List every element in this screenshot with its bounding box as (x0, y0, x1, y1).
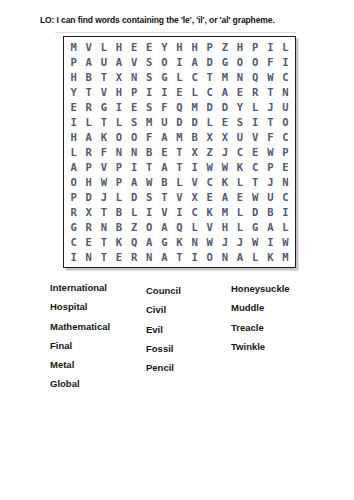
grid-cell-r4c6[interactable]: I (142, 84, 157, 99)
grid-cell-r12c9[interactable]: C (187, 205, 202, 220)
grid-cell-r12c6[interactable]: I (142, 205, 157, 220)
grid-cell-r2c10[interactable]: D (202, 54, 217, 69)
grid-cell-r2c9[interactable]: A (187, 54, 202, 69)
grid-cell-r6c4[interactable]: L (111, 114, 126, 129)
grid-cell-r10c14[interactable]: J (263, 175, 278, 190)
grid-cell-r10c15[interactable]: N (278, 175, 293, 190)
grid-cell-r2c4[interactable]: A (111, 54, 126, 69)
grid-cell-r1c8[interactable]: H (172, 39, 187, 54)
grid-cell-r6c15[interactable]: O (278, 114, 293, 129)
grid-cell-r12c1[interactable]: R (66, 205, 81, 220)
grid-cell-r5c14[interactable]: J (263, 99, 278, 114)
word-item-twinkle: Twinkle (231, 337, 290, 356)
grid-cell-r15c11[interactable]: N (217, 250, 232, 265)
grid-cell-r15c4[interactable]: E (111, 250, 126, 265)
grid-cell-r2c7[interactable]: O (157, 54, 172, 69)
grid-cell-r8c13[interactable]: E (248, 144, 263, 159)
grid-cell-r9c10[interactable]: W (202, 160, 217, 175)
grid-cell-r15c8[interactable]: T (172, 250, 187, 265)
grid-cell-r13c4[interactable]: B (111, 220, 126, 235)
grid-cell-r14c7[interactable]: G (157, 235, 172, 250)
grid-cell-r4c4[interactable]: H (111, 84, 126, 99)
grid-cell-r15c5[interactable]: R (127, 250, 142, 265)
grid-cell-r2c6[interactable]: S (142, 54, 157, 69)
word-list-column3: HoneysuckleMuddleTreacleTwinkle (231, 279, 290, 356)
grid-cell-r6c14[interactable]: T (263, 114, 278, 129)
grid-cell-r14c9[interactable]: N (187, 235, 202, 250)
grid-cell-r4c12[interactable]: E (232, 84, 247, 99)
grid-cell-r11c3[interactable]: J (96, 190, 111, 205)
grid-cell-r7c10[interactable]: X (202, 129, 217, 144)
grid-cell-r13c5[interactable]: Z (127, 220, 142, 235)
grid-cell-r4c5[interactable]: P (127, 84, 142, 99)
grid-cell-r12c8[interactable]: I (172, 205, 187, 220)
grid-cell-r13c14[interactable]: A (263, 220, 278, 235)
grid-cell-r9c5[interactable]: I (127, 160, 142, 175)
grid-cell-r2c11[interactable]: G (217, 54, 232, 69)
grid-cell-r8c9[interactable]: X (187, 144, 202, 159)
grid-cell-r7c5[interactable]: O (127, 129, 142, 144)
grid-cell-r14c11[interactable]: J (217, 235, 232, 250)
grid-cell-r12c5[interactable]: L (127, 205, 142, 220)
grid-cell-r2c8[interactable]: I (172, 54, 187, 69)
grid-cell-r9c6[interactable]: T (142, 160, 157, 175)
grid-cell-r5c9[interactable]: M (187, 99, 202, 114)
word-item-pencil: Pencil (146, 358, 181, 377)
grid-cell-r2c2[interactable]: A (81, 54, 96, 69)
grid-cell-r6c1[interactable]: I (66, 114, 81, 129)
grid-cell-r7c8[interactable]: M (172, 129, 187, 144)
grid-cell-r3c13[interactable]: Q (248, 69, 263, 84)
grid-cell-r13c8[interactable]: Q (172, 220, 187, 235)
grid-cell-r6c9[interactable]: D (187, 114, 202, 129)
grid-cell-r15c12[interactable]: A (232, 250, 247, 265)
worksheet-page: LO: I can find words containing the 'le'… (0, 0, 354, 500)
grid-cell-r3c9[interactable]: C (187, 69, 202, 84)
grid-cell-r11c14[interactable]: U (263, 190, 278, 205)
grid-cell-r11c9[interactable]: X (187, 190, 202, 205)
grid-cell-r8c1[interactable]: L (66, 144, 81, 159)
grid-cell-r7c3[interactable]: K (96, 129, 111, 144)
grid-cell-r15c2[interactable]: N (81, 250, 96, 265)
grid-cell-r10c5[interactable]: A (127, 175, 142, 190)
word-item-hospital: Hospital (50, 297, 110, 316)
word-item-muddle: Muddle (231, 298, 290, 317)
word-item-treacle: Treacle (231, 318, 290, 337)
grid-cell-r5c15[interactable]: U (278, 99, 293, 114)
grid-cell-r13c15[interactable]: L (278, 220, 293, 235)
grid-cell-r4c9[interactable]: L (187, 84, 202, 99)
grid-cell-r7c9[interactable]: B (187, 129, 202, 144)
grid-cell-r7c6[interactable]: F (142, 129, 157, 144)
grid-cell-r1c5[interactable]: E (127, 39, 142, 54)
grid-cell-r7c15[interactable]: C (278, 129, 293, 144)
grid-cell-r9c12[interactable]: K (232, 160, 247, 175)
grid-cell-r14c12[interactable]: J (232, 235, 247, 250)
grid-cell-r10c8[interactable]: L (172, 175, 187, 190)
grid-cell-r14c10[interactable]: W (202, 235, 217, 250)
grid-cell-r3c4[interactable]: X (111, 69, 126, 84)
grid-cell-r12c3[interactable]: T (96, 205, 111, 220)
grid-cell-r13c3[interactable]: N (96, 220, 111, 235)
grid-cell-r14c13[interactable]: W (248, 235, 263, 250)
grid-cell-r4c15[interactable]: N (278, 84, 293, 99)
word-item-evil: Evil (146, 320, 181, 339)
grid-cell-r2c12[interactable]: O (232, 54, 247, 69)
grid-cell-r13c9[interactable]: L (187, 220, 202, 235)
grid-cell-r4c13[interactable]: R (248, 84, 263, 99)
grid-cell-r11c4[interactable]: L (111, 190, 126, 205)
grid-cell-r13c12[interactable]: L (232, 220, 247, 235)
grid-cell-r10c9[interactable]: V (187, 175, 202, 190)
grid-cell-r15c1[interactable]: I (66, 250, 81, 265)
grid-cell-r3c3[interactable]: T (96, 69, 111, 84)
grid-cell-r6c12[interactable]: S (232, 114, 247, 129)
grid-cell-r6c3[interactable]: T (96, 114, 111, 129)
grid-cell-r15c13[interactable]: L (248, 250, 263, 265)
grid-cell-r6c8[interactable]: D (172, 114, 187, 129)
grid-cell-r12c2[interactable]: X (81, 205, 96, 220)
grid-cell-r10c3[interactable]: W (96, 175, 111, 190)
grid-cell-r4c11[interactable]: A (217, 84, 232, 99)
grid-cell-r5c10[interactable]: D (202, 99, 217, 114)
grid-cell-r12c11[interactable]: M (217, 205, 232, 220)
grid-cell-r2c5[interactable]: V (127, 54, 142, 69)
grid-cell-r3c6[interactable]: S (142, 69, 157, 84)
grid-cell-r9c1[interactable]: A (66, 160, 81, 175)
grid-cell-r15c14[interactable]: K (263, 250, 278, 265)
grid-cell-r9c2[interactable]: P (81, 160, 96, 175)
grid-cell-r5c7[interactable]: F (157, 99, 172, 114)
grid-cell-r7c13[interactable]: V (248, 129, 263, 144)
grid-cell-r15c3[interactable]: T (96, 250, 111, 265)
grid-cell-r3c8[interactable]: L (172, 69, 187, 84)
grid-cell-r12c7[interactable]: V (157, 205, 172, 220)
grid-cell-r10c2[interactable]: H (81, 175, 96, 190)
grid-cell-r7c1[interactable]: H (66, 129, 81, 144)
grid-cell-r2c15[interactable]: I (278, 54, 293, 69)
grid-cell-r4c10[interactable]: C (202, 84, 217, 99)
grid-cell-r14c1[interactable]: C (66, 235, 81, 250)
grid-cell-r1c11[interactable]: Z (217, 39, 232, 54)
grid-cell-r8c10[interactable]: Z (202, 144, 217, 159)
grid-cell-r11c1[interactable]: P (66, 190, 81, 205)
grid-cell-r7c12[interactable]: U (232, 129, 247, 144)
grid-cell-r3c14[interactable]: W (263, 69, 278, 84)
grid-cell-r4c2[interactable]: T (81, 84, 96, 99)
word-item-metal: Metal (50, 355, 110, 374)
grid-cell-r9c4[interactable]: P (111, 160, 126, 175)
grid-cell-r8c8[interactable]: T (172, 144, 187, 159)
grid-cell-r6c11[interactable]: E (217, 114, 232, 129)
grid-cell-r6c5[interactable]: S (127, 114, 142, 129)
word-item-global: Global (50, 374, 110, 393)
grid-cell-r6c10[interactable]: L (202, 114, 217, 129)
grid-cell-r1c4[interactable]: H (111, 39, 126, 54)
grid-cell-r11c2[interactable]: D (81, 190, 96, 205)
grid-cell-r9c8[interactable]: T (172, 160, 187, 175)
grid-cell-r14c8[interactable]: K (172, 235, 187, 250)
grid-cell-r9c7[interactable]: A (157, 160, 172, 175)
grid-cell-r2c13[interactable]: O (248, 54, 263, 69)
grid-cell-r1c3[interactable]: L (96, 39, 111, 54)
grid-cell-r12c4[interactable]: B (111, 205, 126, 220)
grid-cell-r11c8[interactable]: V (172, 190, 187, 205)
grid-cell-r7c2[interactable]: A (81, 129, 96, 144)
grid-cell-r15c9[interactable]: I (187, 250, 202, 265)
grid-cell-r2c3[interactable]: U (96, 54, 111, 69)
grid-cell-r5c2[interactable]: R (81, 99, 96, 114)
grid-cell-r9c13[interactable]: C (248, 160, 263, 175)
grid-cell-r13c13[interactable]: G (248, 220, 263, 235)
word-list-column1: InternationalHospitalMathematicalFinalMe… (50, 278, 110, 394)
grid-cell-r10c11[interactable]: K (217, 175, 232, 190)
grid-cell-r8c11[interactable]: J (217, 144, 232, 159)
grid-cell-r5c5[interactable]: E (127, 99, 142, 114)
grid-cell-r10c4[interactable]: P (111, 175, 126, 190)
grid-cell-r7c14[interactable]: F (263, 129, 278, 144)
grid-cell-r14c4[interactable]: K (111, 235, 126, 250)
grid-cell-r7c4[interactable]: O (111, 129, 126, 144)
grid-cell-r11c10[interactable]: E (202, 190, 217, 205)
grid-cell-r5c12[interactable]: Y (232, 99, 247, 114)
grid-cell-r11c15[interactable]: C (278, 190, 293, 205)
grid-cell-r5c1[interactable]: E (66, 99, 81, 114)
grid-cell-r1c10[interactable]: P (202, 39, 217, 54)
grid-cell-r11c13[interactable]: W (248, 190, 263, 205)
grid-cell-r12c15[interactable]: I (278, 205, 293, 220)
grid-cell-r13c6[interactable]: O (142, 220, 157, 235)
grid-cell-r1c9[interactable]: H (187, 39, 202, 54)
grid-cell-r12c10[interactable]: K (202, 205, 217, 220)
grid-cell-r12c12[interactable]: L (232, 205, 247, 220)
grid-cell-r13c1[interactable]: G (66, 220, 81, 235)
grid-cell-r3c7[interactable]: G (157, 69, 172, 84)
grid-cell-r3c5[interactable]: N (127, 69, 142, 84)
grid-cell-r8c3[interactable]: F (96, 144, 111, 159)
grid-cell-r8c14[interactable]: W (263, 144, 278, 159)
grid-cell-r10c6[interactable]: W (142, 175, 157, 190)
word-item-fossil: Fossil (146, 339, 181, 358)
grid-cell-r8c15[interactable]: P (278, 144, 293, 159)
word-item-honeysuckle: Honeysuckle (231, 279, 290, 298)
grid-cell-r8c12[interactable]: C (232, 144, 247, 159)
grid-cell-r14c6[interactable]: A (142, 235, 157, 250)
grid-cell-r9c15[interactable]: E (278, 160, 293, 175)
grid-cell-r4c3[interactable]: V (96, 84, 111, 99)
grid-cell-r10c12[interactable]: L (232, 175, 247, 190)
grid-cell-r5c8[interactable]: Q (172, 99, 187, 114)
word-item-civil: Civil (146, 300, 181, 319)
grid-cell-r3c11[interactable]: M (217, 69, 232, 84)
grid-cell-r6c7[interactable]: U (157, 114, 172, 129)
title-underline (55, 32, 296, 33)
grid-cell-r7c11[interactable]: X (217, 129, 232, 144)
grid-cell-r2c14[interactable]: F (263, 54, 278, 69)
learning-objective-title: LO: I can find words containing the 'le'… (40, 15, 340, 25)
grid-cell-r11c5[interactable]: D (127, 190, 142, 205)
word-item-international: International (50, 278, 110, 297)
grid-cell-r11c6[interactable]: S (142, 190, 157, 205)
grid-cell-r5c4[interactable]: I (111, 99, 126, 114)
grid-cell-r15c15[interactable]: M (278, 250, 293, 265)
grid-cell-r9c3[interactable]: V (96, 160, 111, 175)
grid-cell-r11c12[interactable]: E (232, 190, 247, 205)
grid-cell-r14c3[interactable]: T (96, 235, 111, 250)
grid-cell-r11c7[interactable]: T (157, 190, 172, 205)
grid-cell-r7c7[interactable]: A (157, 129, 172, 144)
grid-cell-r14c2[interactable]: E (81, 235, 96, 250)
word-search-grid: MVLHEEYHHPZHPILPAUAVSOIADGOOFIHBTXNSGLCT… (63, 36, 296, 268)
grid-cell-r6c13[interactable]: I (248, 114, 263, 129)
grid-cell-r4c7[interactable]: I (157, 84, 172, 99)
grid-cell-r8c4[interactable]: N (111, 144, 126, 159)
grid-cell-r14c5[interactable]: Q (127, 235, 142, 250)
grid-cell-r2c1[interactable]: P (66, 54, 81, 69)
word-list-column2: CouncilCivilEvilFossilPencil (146, 281, 181, 377)
grid-cell-r4c8[interactable]: E (172, 84, 187, 99)
grid-cell-r10c1[interactable]: O (66, 175, 81, 190)
grid-cell-r1c6[interactable]: E (142, 39, 157, 54)
grid-cell-r10c10[interactable]: C (202, 175, 217, 190)
grid-cell-r14c15[interactable]: W (278, 235, 293, 250)
grid-cell-r11c11[interactable]: A (217, 190, 232, 205)
grid-cell-r5c3[interactable]: G (96, 99, 111, 114)
grid-cell-r5c11[interactable]: D (217, 99, 232, 114)
grid-cell-r3c2[interactable]: B (81, 69, 96, 84)
grid-cell-r1c15[interactable]: L (278, 39, 293, 54)
grid-cell-r15c6[interactable]: N (142, 250, 157, 265)
grid-cell-r5c6[interactable]: S (142, 99, 157, 114)
word-item-mathematical: Mathematical (50, 317, 110, 336)
grid-cell-r8c7[interactable]: E (157, 144, 172, 159)
grid-cell-r1c2[interactable]: V (81, 39, 96, 54)
grid-cell-r3c1[interactable]: H (66, 69, 81, 84)
grid-cell-r15c10[interactable]: O (202, 250, 217, 265)
grid-cell-r6c2[interactable]: L (81, 114, 96, 129)
grid-cell-r14c14[interactable]: I (263, 235, 278, 250)
grid-cell-r4c1[interactable]: Y (66, 84, 81, 99)
grid-cell-r1c1[interactable]: M (66, 39, 81, 54)
grid-cell-r8c5[interactable]: N (127, 144, 142, 159)
grid-cell-r12c13[interactable]: D (248, 205, 263, 220)
grid-cell-r3c15[interactable]: C (278, 69, 293, 84)
word-item-council: Council (146, 281, 181, 300)
grid-cell-r12c14[interactable]: B (263, 205, 278, 220)
grid-cell-r1c12[interactable]: H (232, 39, 247, 54)
grid-cell-r13c7[interactable]: A (157, 220, 172, 235)
grid-cell-r1c14[interactable]: I (263, 39, 278, 54)
grid-cell-r9c14[interactable]: P (263, 160, 278, 175)
grid-cell-r5c13[interactable]: L (248, 99, 263, 114)
grid-cell-r8c2[interactable]: R (81, 144, 96, 159)
grid-cell-r1c7[interactable]: Y (157, 39, 172, 54)
grid-cell-r9c9[interactable]: I (187, 160, 202, 175)
grid-cell-r9c11[interactable]: W (217, 160, 232, 175)
grid-cell-r13c11[interactable]: H (217, 220, 232, 235)
grid-cell-r10c13[interactable]: T (248, 175, 263, 190)
grid-cell-r15c7[interactable]: A (157, 250, 172, 265)
grid-cell-r6c6[interactable]: M (142, 114, 157, 129)
grid-cell-r3c12[interactable]: N (232, 69, 247, 84)
grid-cell-r8c6[interactable]: B (142, 144, 157, 159)
grid-cell-r1c13[interactable]: P (248, 39, 263, 54)
word-item-final: Final (50, 336, 110, 355)
grid-cell-r4c14[interactable]: T (263, 84, 278, 99)
grid-cell-r13c2[interactable]: R (81, 220, 96, 235)
grid-cell-r10c7[interactable]: B (157, 175, 172, 190)
grid-cell-r3c10[interactable]: T (202, 69, 217, 84)
grid-cell-r13c10[interactable]: V (202, 220, 217, 235)
